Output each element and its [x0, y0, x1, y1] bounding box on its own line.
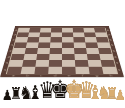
white-pawn-piece: ♟	[115, 88, 125, 102]
piece-lineup: ♟♜♞♝♛♚♚♛♝♞♜♟	[0, 0, 125, 108]
chess-product-photo: abcdefgh 87654321 87654321 ♟♜♞♝♛♚♚♛♝♞♜♟	[0, 0, 125, 108]
